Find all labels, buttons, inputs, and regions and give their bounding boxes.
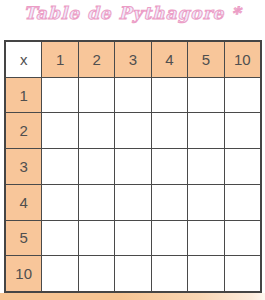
row-header-5: 5	[6, 221, 41, 256]
row-header-10: 10	[6, 256, 41, 291]
answer-cell-r6c5[interactable]	[188, 256, 223, 291]
column-header-1: 1	[42, 42, 77, 77]
answer-cell-r5c6[interactable]	[225, 221, 260, 256]
column-header-3: 3	[115, 42, 150, 77]
answer-cell-r3c2[interactable]	[79, 149, 114, 184]
answer-cell-r4c4[interactable]	[152, 185, 187, 220]
row-header-2: 2	[6, 113, 41, 148]
answer-cell-r1c4[interactable]	[152, 78, 187, 113]
answer-cell-r1c1[interactable]	[42, 78, 77, 113]
corner-cell-x: x	[6, 42, 41, 77]
answer-cell-r1c6[interactable]	[225, 78, 260, 113]
answer-cell-r3c4[interactable]	[152, 149, 187, 184]
answer-cell-r5c4[interactable]	[152, 221, 187, 256]
row-header-3: 3	[6, 149, 41, 184]
answer-cell-r4c6[interactable]	[225, 185, 260, 220]
answer-cell-r2c1[interactable]	[42, 113, 77, 148]
answer-cell-r4c2[interactable]	[79, 185, 114, 220]
answer-cell-r1c2[interactable]	[79, 78, 114, 113]
row-header-1: 1	[6, 78, 41, 113]
column-header-2: 2	[79, 42, 114, 77]
answer-cell-r6c4[interactable]	[152, 256, 187, 291]
answer-cell-r2c6[interactable]	[225, 113, 260, 148]
answer-cell-r4c3[interactable]	[115, 185, 150, 220]
answer-cell-r2c5[interactable]	[188, 113, 223, 148]
row-header-4: 4	[6, 185, 41, 220]
answer-cell-r5c2[interactable]	[79, 221, 114, 256]
answer-cell-r4c5[interactable]	[188, 185, 223, 220]
answer-cell-r3c3[interactable]	[115, 149, 150, 184]
page-title: Table de Pythagore *	[0, 3, 265, 23]
answer-cell-r2c3[interactable]	[115, 113, 150, 148]
answer-cell-r6c3[interactable]	[115, 256, 150, 291]
answer-cell-r3c5[interactable]	[188, 149, 223, 184]
answer-cell-r1c5[interactable]	[188, 78, 223, 113]
worksheet-page: Table de Pythagore * x12345101234510	[0, 0, 265, 300]
answer-cell-r6c6[interactable]	[225, 256, 260, 291]
answer-cell-r2c2[interactable]	[79, 113, 114, 148]
answer-cell-r3c6[interactable]	[225, 149, 260, 184]
answer-cell-r6c2[interactable]	[79, 256, 114, 291]
answer-cell-r5c5[interactable]	[188, 221, 223, 256]
answer-cell-r5c1[interactable]	[42, 221, 77, 256]
answer-cell-r6c1[interactable]	[42, 256, 77, 291]
pythagoras-table: x12345101234510	[4, 40, 262, 293]
answer-cell-r1c3[interactable]	[115, 78, 150, 113]
answer-cell-r5c3[interactable]	[115, 221, 150, 256]
answer-cell-r3c1[interactable]	[42, 149, 77, 184]
column-header-4: 4	[152, 42, 187, 77]
answer-cell-r4c1[interactable]	[42, 185, 77, 220]
column-header-5: 5	[188, 42, 223, 77]
cropped-orange-strip	[0, 293, 265, 300]
column-header-10: 10	[225, 42, 260, 77]
answer-cell-r2c4[interactable]	[152, 113, 187, 148]
